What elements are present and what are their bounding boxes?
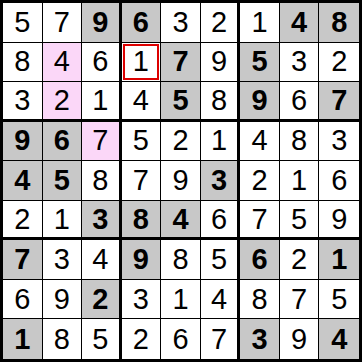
cell-r7c4[interactable]: 9 bbox=[122, 240, 162, 280]
cell-r6c4[interactable]: 8 bbox=[122, 201, 162, 241]
cell-r3c5[interactable]: 5 bbox=[161, 82, 201, 122]
cell-r5c9[interactable]: 6 bbox=[319, 161, 359, 201]
cell-r3c6[interactable]: 8 bbox=[201, 82, 241, 122]
cell-r5c5[interactable]: 9 bbox=[161, 161, 201, 201]
cell-r7c5[interactable]: 8 bbox=[161, 240, 201, 280]
cell-r1c8[interactable]: 4 bbox=[280, 3, 320, 43]
cell-r4c3[interactable]: 7 bbox=[82, 122, 122, 162]
cell-r2c8[interactable]: 3 bbox=[280, 43, 320, 83]
cell-r7c2[interactable]: 3 bbox=[43, 240, 83, 280]
cell-r6c1[interactable]: 2 bbox=[3, 201, 43, 241]
cell-r5c7[interactable]: 2 bbox=[240, 161, 280, 201]
cell-r3c7[interactable]: 9 bbox=[240, 82, 280, 122]
cell-r6c7[interactable]: 7 bbox=[240, 201, 280, 241]
cell-r1c4[interactable]: 6 bbox=[122, 3, 162, 43]
cell-r9c3[interactable]: 5 bbox=[82, 319, 122, 359]
cell-r6c2[interactable]: 1 bbox=[43, 201, 83, 241]
cell-r8c3[interactable]: 2 bbox=[82, 280, 122, 320]
cell-r4c8[interactable]: 8 bbox=[280, 122, 320, 162]
cell-r7c3[interactable]: 4 bbox=[82, 240, 122, 280]
cell-r9c2[interactable]: 8 bbox=[43, 319, 83, 359]
cell-r9c7[interactable]: 3 bbox=[240, 319, 280, 359]
cell-r9c4[interactable]: 2 bbox=[122, 319, 162, 359]
cell-r2c6[interactable]: 9 bbox=[201, 43, 241, 83]
cell-r8c6[interactable]: 4 bbox=[201, 280, 241, 320]
cell-r3c8[interactable]: 6 bbox=[280, 82, 320, 122]
cell-r4c6[interactable]: 1 bbox=[201, 122, 241, 162]
cell-r8c9[interactable]: 5 bbox=[319, 280, 359, 320]
cell-r4c5[interactable]: 2 bbox=[161, 122, 201, 162]
cell-r8c4[interactable]: 3 bbox=[122, 280, 162, 320]
cell-r6c8[interactable]: 5 bbox=[280, 201, 320, 241]
cell-r1c3[interactable]: 9 bbox=[82, 3, 122, 43]
cell-r1c5[interactable]: 3 bbox=[161, 3, 201, 43]
cell-r5c3[interactable]: 8 bbox=[82, 161, 122, 201]
cell-r6c5[interactable]: 4 bbox=[161, 201, 201, 241]
sudoku-board: 5796321488461795323214589679675214834587… bbox=[0, 0, 362, 362]
cell-r5c2[interactable]: 5 bbox=[43, 161, 83, 201]
cell-r6c6[interactable]: 6 bbox=[201, 201, 241, 241]
cell-r6c3[interactable]: 3 bbox=[82, 201, 122, 241]
cell-r1c7[interactable]: 1 bbox=[240, 3, 280, 43]
cell-r1c6[interactable]: 2 bbox=[201, 3, 241, 43]
cell-r1c1[interactable]: 5 bbox=[3, 3, 43, 43]
cell-r1c2[interactable]: 7 bbox=[43, 3, 83, 43]
cell-r9c1[interactable]: 1 bbox=[3, 319, 43, 359]
cell-r4c4[interactable]: 5 bbox=[122, 122, 162, 162]
cell-r2c3[interactable]: 6 bbox=[82, 43, 122, 83]
cell-r4c9[interactable]: 3 bbox=[319, 122, 359, 162]
cell-r3c4[interactable]: 4 bbox=[122, 82, 162, 122]
cell-r2c1[interactable]: 8 bbox=[3, 43, 43, 83]
cell-r2c9[interactable]: 2 bbox=[319, 43, 359, 83]
cell-r3c9[interactable]: 7 bbox=[319, 82, 359, 122]
cell-r8c7[interactable]: 8 bbox=[240, 280, 280, 320]
cell-r9c9[interactable]: 4 bbox=[319, 319, 359, 359]
cell-r8c5[interactable]: 1 bbox=[161, 280, 201, 320]
cell-r2c5[interactable]: 7 bbox=[161, 43, 201, 83]
cell-r4c7[interactable]: 4 bbox=[240, 122, 280, 162]
cell-r2c7[interactable]: 5 bbox=[240, 43, 280, 83]
cell-r3c1[interactable]: 3 bbox=[3, 82, 43, 122]
cell-r5c6[interactable]: 3 bbox=[201, 161, 241, 201]
cell-r6c9[interactable]: 9 bbox=[319, 201, 359, 241]
cell-r8c8[interactable]: 7 bbox=[280, 280, 320, 320]
cell-r3c3[interactable]: 1 bbox=[82, 82, 122, 122]
cell-r8c1[interactable]: 6 bbox=[3, 280, 43, 320]
cell-r9c6[interactable]: 7 bbox=[201, 319, 241, 359]
cell-r2c2[interactable]: 4 bbox=[43, 43, 83, 83]
cell-r7c1[interactable]: 7 bbox=[3, 240, 43, 280]
cell-r5c1[interactable]: 4 bbox=[3, 161, 43, 201]
cell-r4c1[interactable]: 9 bbox=[3, 122, 43, 162]
cell-r8c2[interactable]: 9 bbox=[43, 280, 83, 320]
cell-r7c7[interactable]: 6 bbox=[240, 240, 280, 280]
cell-r4c2[interactable]: 6 bbox=[43, 122, 83, 162]
cell-r9c8[interactable]: 9 bbox=[280, 319, 320, 359]
cell-r1c9[interactable]: 8 bbox=[319, 3, 359, 43]
cell-r5c4[interactable]: 7 bbox=[122, 161, 162, 201]
cell-r7c6[interactable]: 5 bbox=[201, 240, 241, 280]
cell-r3c2[interactable]: 2 bbox=[43, 82, 83, 122]
cell-r2c4[interactable]: 1 bbox=[122, 43, 162, 83]
cell-r7c9[interactable]: 1 bbox=[319, 240, 359, 280]
cell-r9c5[interactable]: 6 bbox=[161, 319, 201, 359]
cell-r5c8[interactable]: 1 bbox=[280, 161, 320, 201]
cell-r7c8[interactable]: 2 bbox=[280, 240, 320, 280]
